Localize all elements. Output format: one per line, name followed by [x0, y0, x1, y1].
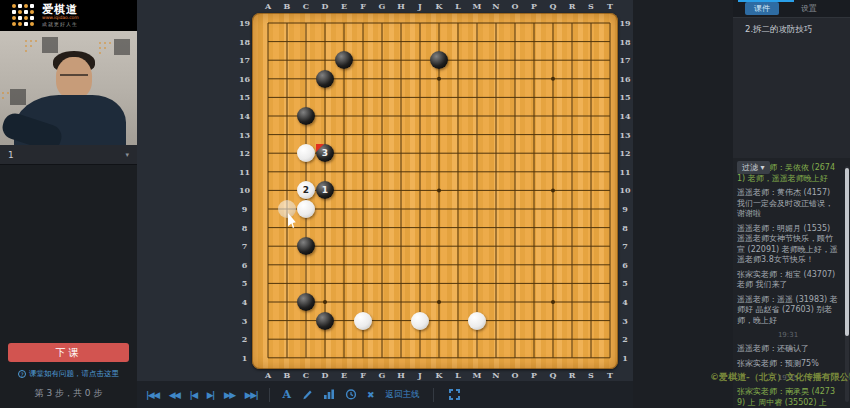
- instructor-video: [0, 31, 137, 145]
- board-coordinate: B: [284, 370, 291, 380]
- board-coordinate: M: [473, 370, 482, 380]
- board-coordinate: L: [455, 370, 461, 380]
- board-coordinate: 11: [239, 167, 250, 177]
- board-coordinate: 16: [239, 74, 250, 84]
- camera-select[interactable]: 1 ▾: [0, 145, 137, 165]
- board-coordinate: 1: [622, 353, 628, 363]
- board-coordinate: K: [436, 370, 443, 380]
- toolbar-divider: [269, 388, 270, 402]
- help-link-text: 课堂如有问题，请点击这里: [29, 369, 119, 379]
- board-coordinate: 19: [239, 18, 250, 28]
- board-coordinate: K: [436, 1, 443, 11]
- left-sidebar: 爱棋道 www.iqidao.com 成就更好人生 1 ▾ 下课 ? 课堂如有问…: [0, 0, 137, 408]
- move-counter: 第 3 步，共 0 步: [0, 387, 137, 400]
- board-coordinate: 9: [622, 204, 628, 214]
- board-coordinate: G: [379, 370, 386, 380]
- board-coordinate: Q: [550, 370, 557, 380]
- board-coordinate: 17: [239, 55, 250, 65]
- board-coordinate: P: [531, 370, 537, 380]
- chat-message: 遥遥老师：还确认了: [737, 344, 839, 355]
- board-coordinate: E: [341, 1, 347, 11]
- board-coordinate: 18: [239, 37, 250, 47]
- board-coordinate: D: [322, 1, 329, 11]
- board-coordinate: 12: [619, 148, 630, 158]
- board-coordinate: R: [569, 1, 576, 11]
- board-coordinate: 5: [242, 278, 248, 288]
- board-coordinate: 5: [622, 278, 628, 288]
- right-content-column: 课件 设置 2.拆二的攻防技巧 过滤 ▾ 张家实老师：吴依依 (26741) 老…: [733, 0, 850, 408]
- delete-tool-button[interactable]: ✖: [367, 390, 375, 400]
- pen-icon: [301, 388, 313, 400]
- board-coordinate: O: [512, 370, 519, 380]
- right-panel: 课件 设置 2.拆二的攻防技巧 过滤 ▾ 张家实老师：吴依依 (26741) 老…: [633, 0, 850, 408]
- tab-courseware[interactable]: 课件: [745, 2, 779, 15]
- fast-forward-button[interactable]: ▶▶: [224, 390, 235, 400]
- app-root: 爱棋道 www.iqidao.com 成就更好人生 1 ▾ 下课 ? 课堂如有问…: [0, 0, 850, 408]
- brand-logo-dots-icon: [12, 4, 35, 27]
- board-coordinate: 3: [242, 316, 248, 326]
- board-coordinate: M: [473, 1, 482, 11]
- analysis-chart-button[interactable]: [323, 388, 335, 402]
- board-coordinate: N: [492, 370, 499, 380]
- go-board[interactable]: [252, 13, 618, 369]
- board-coordinate: P: [531, 1, 537, 11]
- board-coordinate: O: [512, 1, 519, 11]
- board-coordinate: 15: [239, 92, 250, 102]
- board-coordinate: 15: [619, 92, 630, 102]
- chat-scrollbar-thumb[interactable]: [845, 168, 849, 336]
- board-coordinate: 19: [619, 18, 630, 28]
- chat-message: 张家实老师：相宝 (43707) 老师 我们来了: [737, 270, 839, 291]
- board-coordinate: 7: [242, 241, 248, 251]
- board-coordinate: T: [607, 1, 613, 11]
- brand-logo: 爱棋道 www.iqidao.com 成就更好人生: [0, 0, 137, 31]
- board-coordinate: 10: [619, 185, 630, 195]
- board-coordinate: R: [569, 370, 576, 380]
- board-coordinate: 9: [242, 204, 248, 214]
- board-coordinate: A: [265, 370, 271, 380]
- board-coordinate: 11: [619, 167, 630, 177]
- skip-to-start-button[interactable]: |◀◀: [146, 390, 159, 400]
- board-coordinate: 2: [622, 334, 628, 344]
- chat-scrollbar[interactable]: [845, 166, 849, 402]
- board-coordinate: D: [322, 370, 329, 380]
- active-tab-indicator: [738, 0, 794, 2]
- board-coordinate: N: [492, 1, 499, 11]
- brand-slogan: 成就更好人生: [42, 22, 79, 27]
- copyright-watermark: ©爱棋道-（北京）文化传播有限公司: [710, 371, 850, 384]
- board-coordinate: 4: [242, 297, 248, 307]
- skip-to-end-button[interactable]: ▶▶|: [245, 390, 258, 400]
- rewind-button[interactable]: ◀◀: [169, 390, 180, 400]
- board-coordinate: 4: [622, 297, 628, 307]
- board-coordinate: 13: [239, 130, 250, 140]
- board-coordinate: 10: [239, 185, 250, 195]
- chat-message: 张家实老师：南承昊 (42739) 上 周中睿 (35502) 上: [737, 387, 839, 408]
- playback-toolbar: |◀◀◀◀|◀▶|▶▶▶▶| A ✖ 返回主线: [137, 381, 633, 408]
- lesson-item[interactable]: 2.拆二的攻防技巧: [745, 24, 844, 36]
- board-coordinate: Q: [550, 1, 557, 11]
- chat-message: 遥遥老师：明媚月 (1535) 遥遥老师女神节快乐，顾竹宣 (22091) 老师…: [737, 224, 839, 266]
- end-class-button[interactable]: 下课: [8, 343, 129, 362]
- lesson-outline: 2.拆二的攻防技巧: [733, 18, 850, 158]
- board-coordinate: C: [303, 370, 309, 380]
- chat-message: 遥遥老师：黄伟杰 (4157) 我们一定会及时改正错误，谢谢啦: [737, 188, 839, 220]
- board-coordinate: 8: [622, 223, 628, 233]
- board-coordinate: 8: [242, 223, 248, 233]
- pen-tool-button[interactable]: [301, 388, 313, 402]
- board-coordinate: 14: [239, 111, 250, 121]
- board-coordinate: G: [379, 1, 386, 11]
- step-forward-button[interactable]: ▶|: [207, 390, 214, 400]
- board-coordinate: 2: [242, 334, 248, 344]
- board-coordinate: B: [284, 1, 291, 11]
- help-link[interactable]: ? 课堂如有问题，请点击这里: [0, 369, 137, 379]
- board-coordinate: 17: [619, 55, 630, 65]
- back-to-mainline-button[interactable]: 返回主线: [386, 389, 420, 401]
- question-icon: ?: [18, 370, 26, 378]
- board-coordinate: S: [588, 1, 594, 11]
- board-coordinate: C: [303, 1, 309, 11]
- board-coordinate: 6: [622, 260, 628, 270]
- board-coordinate: J: [418, 370, 422, 380]
- right-tabbar: 课件 设置: [733, 0, 850, 18]
- step-back-button[interactable]: |◀: [189, 390, 196, 400]
- board-coordinate: 12: [239, 148, 250, 158]
- board-coordinate: E: [341, 370, 347, 380]
- fullscreen-button[interactable]: [449, 389, 460, 400]
- board-coordinate: J: [418, 1, 422, 11]
- chat-message: 张家实老师：预测75%: [737, 359, 839, 370]
- chat-filter-button[interactable]: 过滤 ▾: [737, 161, 770, 174]
- board-coordinate: S: [588, 370, 594, 380]
- board-coordinate: 14: [619, 111, 630, 121]
- board-coordinate: L: [455, 1, 461, 11]
- board-coordinate: F: [360, 370, 366, 380]
- board-panel: AABBCCDDEEFFGGHHJJKKLLMMNNOOPPQQRRSSTT19…: [137, 0, 633, 381]
- board-coordinate: 3: [622, 316, 628, 326]
- board-coordinate: 6: [242, 260, 248, 270]
- chat-timestamp: 19:31: [737, 331, 839, 339]
- board-coordinate: H: [397, 370, 405, 380]
- camera-select-value: 1: [8, 150, 14, 160]
- board-coordinate: 1: [242, 353, 248, 363]
- chat-message: 遥遥老师：遥遥 (31983) 老师好 晶赵省 (27603) 别老师，晚上好: [737, 295, 839, 327]
- clock-icon: [345, 388, 357, 400]
- annotation-letter-button[interactable]: A: [282, 388, 291, 401]
- tab-settings[interactable]: 设置: [801, 3, 817, 14]
- board-coordinate: A: [265, 1, 271, 11]
- board-coordinate: 16: [619, 74, 630, 84]
- board-coordinate: T: [607, 370, 613, 380]
- timer-tool-button[interactable]: [345, 388, 357, 402]
- bar-chart-icon: [323, 388, 335, 400]
- chevron-down-icon: ▾: [125, 151, 129, 159]
- board-coordinate: 13: [619, 130, 630, 140]
- board-coordinate: H: [397, 1, 405, 11]
- board-coordinate: F: [360, 1, 366, 11]
- brand-title: 爱棋道: [42, 4, 79, 15]
- board-coordinate: 18: [619, 37, 630, 47]
- board-coordinate: 7: [622, 241, 628, 251]
- toolbar-divider: [433, 388, 434, 402]
